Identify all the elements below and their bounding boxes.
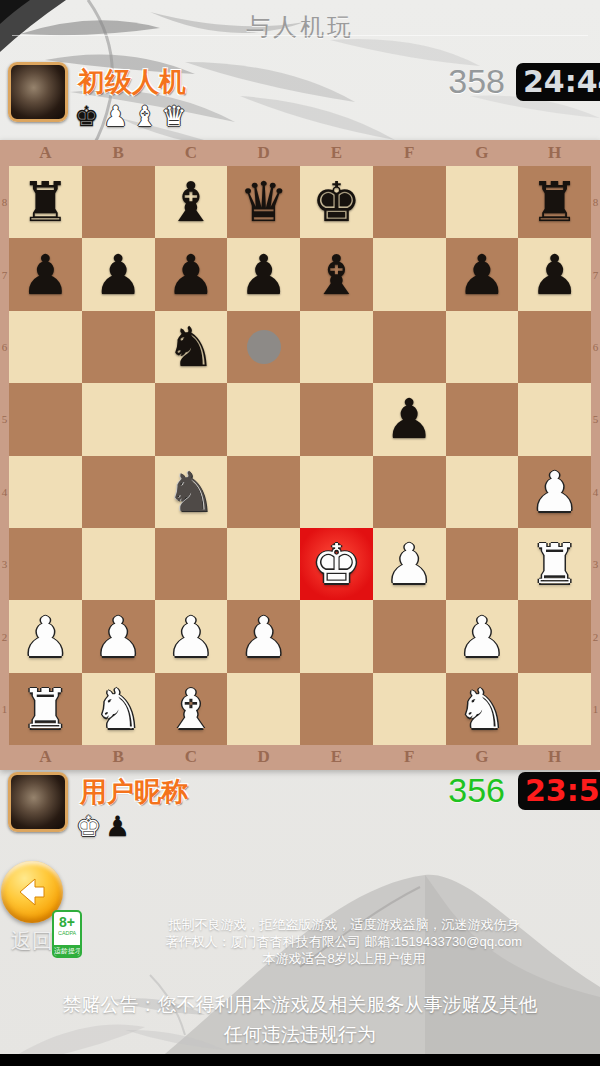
age-rating-org: CADPA [58, 930, 76, 936]
file-label-g: G [446, 745, 519, 770]
file-label-e: E [300, 140, 373, 166]
rank-labels-right: 87654321 [591, 166, 600, 745]
square-h3[interactable]: ♜ [518, 528, 591, 600]
age-rating-badge: 8+ CADPA 适龄提示 [52, 910, 82, 958]
piece-white-pawn: ♟ [530, 456, 579, 528]
rank-label-3: 3 [0, 528, 9, 600]
notice-line-1: 抵制不良游戏，拒绝盗版游戏，适度游戏益脑，沉迷游戏伤身 [169, 917, 520, 932]
file-label-c: C [155, 745, 228, 770]
piece-white-bishop: ♝ [166, 673, 215, 745]
user-name: 用户昵称 [80, 774, 188, 810]
file-labels-top: ABCDEFGH [0, 140, 600, 166]
chess-board[interactable]: ABCDEFGH 87654321 ♜♝♛♚♜♟♟♟♟♝♟♟♞♟♞♟♚♟♜♟♟♟… [0, 140, 600, 770]
square-b4[interactable] [82, 456, 155, 528]
piece-black-pawn: ♟ [166, 239, 215, 311]
piece-black-knight: ♞ [166, 311, 215, 383]
square-a6[interactable] [9, 311, 82, 383]
captured-black-king-icon: ♚ [74, 100, 99, 134]
board-squares: ♜♝♛♚♜♟♟♟♟♝♟♟♞♟♞♟♚♟♜♟♟♟♟♟♜♞♝♞ [9, 166, 591, 745]
user-clock: 23:55 [518, 772, 600, 810]
piece-black-pawn: ♟ [239, 239, 288, 311]
square-c2[interactable]: ♟ [155, 600, 228, 672]
header-divider [12, 35, 588, 36]
piece-black-bishop: ♝ [312, 239, 361, 311]
square-e5[interactable] [300, 383, 373, 455]
piece-white-rook: ♜ [530, 528, 579, 600]
square-d3[interactable] [227, 528, 300, 600]
square-c6[interactable]: ♞ [155, 311, 228, 383]
rank-label-2: 2 [0, 600, 9, 672]
square-g5[interactable] [446, 383, 519, 455]
opponent-score: 358 [448, 62, 505, 101]
file-label-g: G [446, 140, 519, 166]
user-captured-pieces: ♚♟ [76, 810, 130, 844]
rank-label-1: 1 [591, 673, 600, 745]
piece-black-pawn: ♟ [93, 239, 142, 311]
square-a3[interactable] [9, 528, 82, 600]
piece-black-bishop: ♝ [166, 166, 215, 238]
square-f4[interactable] [373, 456, 446, 528]
square-b5[interactable] [82, 383, 155, 455]
piece-black-king: ♚ [312, 166, 361, 238]
rank-label-7: 7 [0, 238, 9, 310]
opponent-name: 初级人机 [78, 64, 186, 100]
square-f3[interactable]: ♟ [373, 528, 446, 600]
page-title: 与人机玩 [0, 11, 600, 43]
square-e4[interactable] [300, 456, 373, 528]
square-c7[interactable]: ♟ [155, 238, 228, 310]
square-g8[interactable] [446, 166, 519, 238]
file-label-f: F [373, 745, 446, 770]
piece-white-pawn: ♟ [93, 601, 142, 673]
rank-label-3: 3 [591, 528, 600, 600]
last-move-marker [247, 330, 281, 364]
opponent-clock: 24:44 [516, 63, 600, 101]
square-b2[interactable]: ♟ [82, 600, 155, 672]
piece-black-rook: ♜ [21, 166, 70, 238]
square-h1[interactable] [518, 673, 591, 745]
piece-black-pawn: ♟ [530, 239, 579, 311]
captured-white-king-icon: ♚ [76, 810, 101, 844]
piece-white-pawn: ♟ [384, 528, 433, 600]
square-a1[interactable]: ♜ [9, 673, 82, 745]
rank-label-8: 8 [0, 166, 9, 238]
square-e6[interactable] [300, 311, 373, 383]
bottom-system-bar [0, 1054, 600, 1066]
piece-white-pawn: ♟ [21, 601, 70, 673]
square-d2[interactable]: ♟ [227, 600, 300, 672]
rank-label-7: 7 [591, 238, 600, 310]
piece-black-pawn: ♟ [457, 239, 506, 311]
file-label-d: D [227, 140, 300, 166]
notice-line-2: 著作权人：厦门杳杳科技有限公司 邮箱:1519433730@qq.com [166, 934, 522, 949]
square-h7[interactable]: ♟ [518, 238, 591, 310]
rank-label-6: 6 [591, 311, 600, 383]
square-c5[interactable] [155, 383, 228, 455]
square-g3[interactable] [446, 528, 519, 600]
gambling-line-1: 禁赌公告：您不得利用本游戏及相关服务从事涉赌及其他 [63, 994, 538, 1015]
square-e3[interactable]: ♚ [300, 528, 373, 600]
captured-white-bishop-icon: ♝ [132, 100, 157, 134]
rank-label-5: 5 [591, 383, 600, 455]
square-h8[interactable]: ♜ [518, 166, 591, 238]
piece-black-rook: ♜ [530, 166, 579, 238]
square-g1[interactable]: ♞ [446, 673, 519, 745]
square-c3[interactable] [155, 528, 228, 600]
rank-label-2: 2 [591, 600, 600, 672]
file-label-f: F [373, 140, 446, 166]
piece-black-pawn: ♟ [384, 383, 433, 455]
rank-label-1: 1 [0, 673, 9, 745]
file-label-h: H [518, 140, 591, 166]
square-g4[interactable] [446, 456, 519, 528]
square-e2[interactable] [300, 600, 373, 672]
rank-label-4: 4 [0, 456, 9, 528]
piece-white-rook: ♜ [21, 673, 70, 745]
square-f1[interactable] [373, 673, 446, 745]
square-d5[interactable] [227, 383, 300, 455]
square-e1[interactable] [300, 673, 373, 745]
square-f5[interactable]: ♟ [373, 383, 446, 455]
square-h5[interactable] [518, 383, 591, 455]
piece-black-knight: ♞ [166, 456, 215, 528]
piece-black-queen: ♛ [239, 166, 288, 238]
piece-white-king: ♚ [312, 528, 361, 600]
square-e7[interactable]: ♝ [300, 238, 373, 310]
square-d7[interactable]: ♟ [227, 238, 300, 310]
square-f6[interactable] [373, 311, 446, 383]
file-label-b: B [82, 745, 155, 770]
square-f8[interactable] [373, 166, 446, 238]
square-h4[interactable]: ♟ [518, 456, 591, 528]
square-c4[interactable]: ♞ [155, 456, 228, 528]
square-g2[interactable]: ♟ [446, 600, 519, 672]
piece-white-pawn: ♟ [457, 601, 506, 673]
file-label-e: E [300, 745, 373, 770]
square-b6[interactable] [82, 311, 155, 383]
notice-line-3: 本游戏适合8岁以上用户使用 [262, 951, 425, 966]
rank-label-5: 5 [0, 383, 9, 455]
back-arrow-icon [14, 874, 50, 910]
rank-label-4: 4 [591, 456, 600, 528]
square-b1[interactable]: ♞ [82, 673, 155, 745]
square-a7[interactable]: ♟ [9, 238, 82, 310]
age-rating-value: 8+ [59, 914, 75, 930]
square-b7[interactable]: ♟ [82, 238, 155, 310]
rank-label-6: 6 [0, 311, 9, 383]
square-a2[interactable]: ♟ [9, 600, 82, 672]
file-label-c: C [155, 140, 228, 166]
square-b8[interactable] [82, 166, 155, 238]
file-label-h: H [518, 745, 591, 770]
square-d4[interactable] [227, 456, 300, 528]
file-label-d: D [227, 745, 300, 770]
piece-white-knight: ♞ [93, 673, 142, 745]
square-d8[interactable]: ♛ [227, 166, 300, 238]
age-rating-strip: 适龄提示 [54, 945, 80, 956]
square-g6[interactable] [446, 311, 519, 383]
captured-white-queen-icon: ♛ [161, 100, 186, 134]
rank-label-8: 8 [591, 166, 600, 238]
gambling-line-2: 任何违法违规行为 [224, 1024, 376, 1045]
square-h2[interactable] [518, 600, 591, 672]
file-labels-bottom: ABCDEFGH [0, 745, 600, 770]
captured-black-pawn-icon: ♟ [105, 810, 130, 844]
square-a5[interactable] [9, 383, 82, 455]
piece-white-knight: ♞ [457, 673, 506, 745]
square-h6[interactable] [518, 311, 591, 383]
anti-gambling-notice: 禁赌公告：您不得利用本游戏及相关服务从事涉赌及其他 任何违法违规行为 [0, 990, 600, 1050]
piece-black-pawn: ♟ [21, 239, 70, 311]
opponent-avatar [8, 62, 68, 122]
square-g7[interactable]: ♟ [446, 238, 519, 310]
square-f2[interactable] [373, 600, 446, 672]
user-score: 356 [448, 771, 505, 810]
piece-white-pawn: ♟ [166, 601, 215, 673]
file-label-a: A [9, 745, 82, 770]
square-a8[interactable]: ♜ [9, 166, 82, 238]
square-d6[interactable] [227, 311, 300, 383]
piece-white-pawn: ♟ [239, 601, 288, 673]
opponent-captured-pieces: ♚♟♝♛ [74, 100, 186, 134]
user-avatar [8, 772, 68, 832]
square-f7[interactable] [373, 238, 446, 310]
health-notice: 抵制不良游戏，拒绝盗版游戏，适度游戏益脑，沉迷游戏伤身 著作权人：厦门杳杳科技有… [92, 916, 596, 967]
square-c1[interactable]: ♝ [155, 673, 228, 745]
square-a4[interactable] [9, 456, 82, 528]
square-c8[interactable]: ♝ [155, 166, 228, 238]
square-d1[interactable] [227, 673, 300, 745]
square-b3[interactable] [82, 528, 155, 600]
square-e8[interactable]: ♚ [300, 166, 373, 238]
file-label-a: A [9, 140, 82, 166]
file-label-b: B [82, 140, 155, 166]
captured-white-pawn-icon: ♟ [103, 100, 128, 134]
rank-labels-left: 87654321 [0, 166, 9, 745]
